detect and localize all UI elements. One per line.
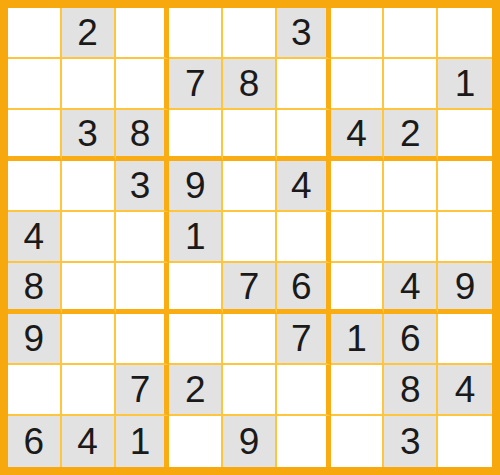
cell-r6c1[interactable]: 8	[8, 263, 62, 314]
cell-r5c3[interactable]	[116, 212, 170, 263]
cell-r3c9[interactable]	[438, 110, 492, 161]
cell-r1c8[interactable]	[384, 8, 438, 59]
cell-r3c6[interactable]	[277, 110, 331, 161]
cell-r3c2[interactable]: 3	[62, 110, 116, 161]
cell-r7c3[interactable]	[116, 314, 170, 365]
cell-r9c2[interactable]: 4	[62, 416, 116, 467]
cell-r8c2[interactable]	[62, 365, 116, 416]
cell-r6c7[interactable]	[331, 263, 385, 314]
cell-r1c1[interactable]	[8, 8, 62, 59]
cell-r7c6[interactable]: 7	[277, 314, 331, 365]
cell-r6c2[interactable]	[62, 263, 116, 314]
cell-r8c8[interactable]: 8	[384, 365, 438, 416]
cell-r8c5[interactable]	[223, 365, 277, 416]
cell-r9c9[interactable]	[438, 416, 492, 467]
cell-r7c9[interactable]	[438, 314, 492, 365]
cell-r6c5[interactable]: 7	[223, 263, 277, 314]
cell-r9c8[interactable]: 3	[384, 416, 438, 467]
cell-r5c9[interactable]	[438, 212, 492, 263]
cell-r3c8[interactable]: 2	[384, 110, 438, 161]
cell-r5c4[interactable]: 1	[169, 212, 223, 263]
cell-r9c7[interactable]	[331, 416, 385, 467]
cell-r4c5[interactable]	[223, 161, 277, 212]
cell-r7c5[interactable]	[223, 314, 277, 365]
cell-r9c3[interactable]: 1	[116, 416, 170, 467]
cell-r1c3[interactable]	[116, 8, 170, 59]
cell-r3c5[interactable]	[223, 110, 277, 161]
cell-r5c1[interactable]: 4	[8, 212, 62, 263]
cell-r4c9[interactable]	[438, 161, 492, 212]
cell-r2c6[interactable]	[277, 59, 331, 110]
cell-r2c5[interactable]: 8	[223, 59, 277, 110]
cell-r5c2[interactable]	[62, 212, 116, 263]
cell-r7c4[interactable]	[169, 314, 223, 365]
cell-r8c7[interactable]	[331, 365, 385, 416]
cell-r3c1[interactable]	[8, 110, 62, 161]
sudoku-board: 23781384239441876499716728464193	[0, 0, 500, 475]
cell-r3c7[interactable]: 4	[331, 110, 385, 161]
cell-r1c6[interactable]: 3	[277, 8, 331, 59]
cell-r5c5[interactable]	[223, 212, 277, 263]
cell-r7c1[interactable]: 9	[8, 314, 62, 365]
cell-r4c8[interactable]	[384, 161, 438, 212]
cell-r5c8[interactable]	[384, 212, 438, 263]
cell-r2c9[interactable]: 1	[438, 59, 492, 110]
cell-r5c7[interactable]	[331, 212, 385, 263]
cell-r6c6[interactable]: 6	[277, 263, 331, 314]
cell-r7c2[interactable]	[62, 314, 116, 365]
cell-r6c8[interactable]: 4	[384, 263, 438, 314]
cell-r6c4[interactable]	[169, 263, 223, 314]
cell-r4c3[interactable]: 3	[116, 161, 170, 212]
cell-r4c1[interactable]	[8, 161, 62, 212]
cell-r1c9[interactable]	[438, 8, 492, 59]
cell-r8c9[interactable]: 4	[438, 365, 492, 416]
cell-r2c4[interactable]: 7	[169, 59, 223, 110]
cell-r3c3[interactable]: 8	[116, 110, 170, 161]
cell-r9c1[interactable]: 6	[8, 416, 62, 467]
cell-r2c3[interactable]	[116, 59, 170, 110]
cell-r9c5[interactable]: 9	[223, 416, 277, 467]
cell-r6c9[interactable]: 9	[438, 263, 492, 314]
cell-r8c3[interactable]: 7	[116, 365, 170, 416]
cell-r5c6[interactable]	[277, 212, 331, 263]
cell-r1c7[interactable]	[331, 8, 385, 59]
cell-r6c3[interactable]	[116, 263, 170, 314]
cell-r8c4[interactable]: 2	[169, 365, 223, 416]
cell-r4c7[interactable]	[331, 161, 385, 212]
cell-r2c8[interactable]	[384, 59, 438, 110]
cell-r3c4[interactable]	[169, 110, 223, 161]
cell-r4c2[interactable]	[62, 161, 116, 212]
cell-r4c4[interactable]: 9	[169, 161, 223, 212]
cell-r8c1[interactable]	[8, 365, 62, 416]
cell-r4c6[interactable]: 4	[277, 161, 331, 212]
cell-r9c6[interactable]	[277, 416, 331, 467]
cell-r8c6[interactable]	[277, 365, 331, 416]
cell-r1c2[interactable]: 2	[62, 8, 116, 59]
cell-r2c7[interactable]	[331, 59, 385, 110]
cell-r2c1[interactable]	[8, 59, 62, 110]
cell-r1c4[interactable]	[169, 8, 223, 59]
cell-r7c7[interactable]: 1	[331, 314, 385, 365]
cell-r1c5[interactable]	[223, 8, 277, 59]
cell-r9c4[interactable]	[169, 416, 223, 467]
cell-r2c2[interactable]	[62, 59, 116, 110]
cell-r7c8[interactable]: 6	[384, 314, 438, 365]
